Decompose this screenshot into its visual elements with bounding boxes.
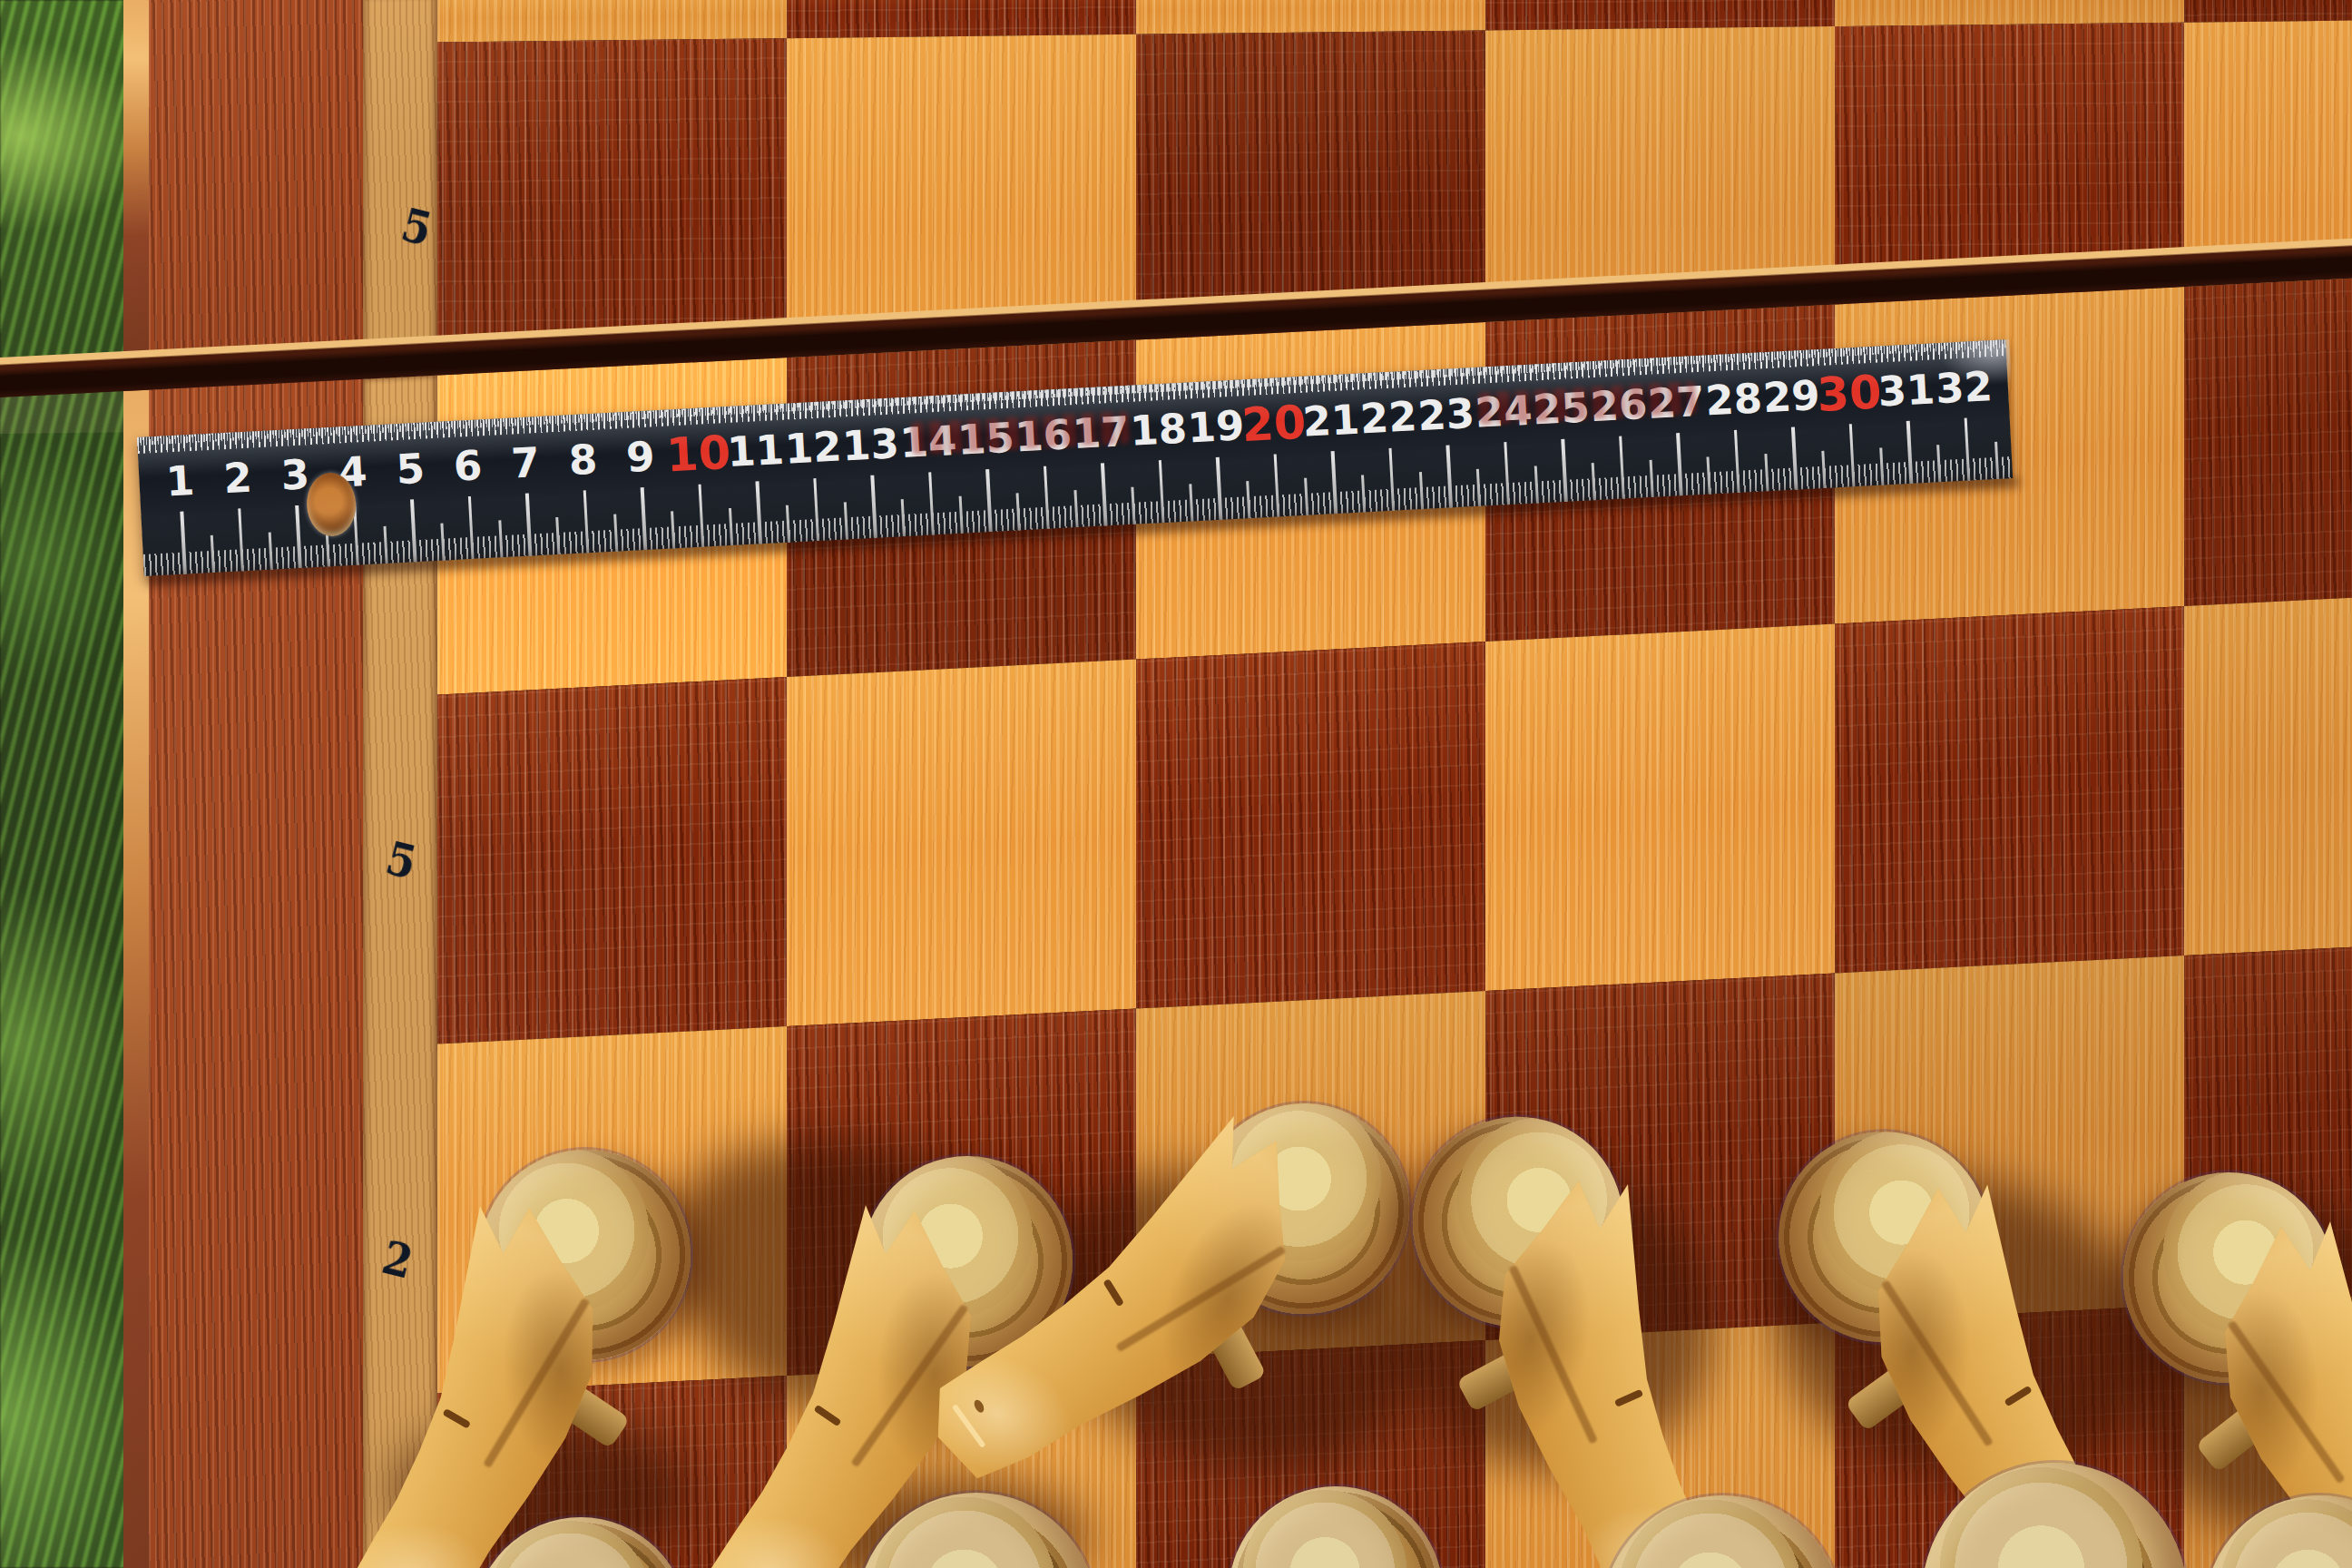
board-square — [2184, 0, 2352, 23]
ruler-number: 3 — [262, 449, 328, 502]
knight-nostril — [2082, 1550, 2097, 1564]
board-edge-face — [123, 0, 149, 432]
ruler-number: 25 — [1528, 383, 1594, 436]
board-edge-face — [123, 390, 149, 1568]
ruler-cm-ticks — [137, 339, 2005, 437]
ruler-number: 10 — [665, 428, 731, 481]
board-square — [437, 677, 787, 1044]
ruler-numbers: 1234567891011121314151617181920212223242… — [137, 339, 2005, 437]
board-square — [2184, 1297, 2352, 1568]
ruler-fine-tick-comb — [137, 339, 2006, 446]
ruler-halfcm-tick — [383, 526, 387, 563]
steel-ruler: 1234567891011121314151617181920212223242… — [137, 339, 2013, 576]
board-square — [787, 1358, 1136, 1568]
board-frame-column — [149, 0, 363, 432]
ruler-cm-tick — [468, 496, 475, 559]
ruler-cm-tick — [238, 508, 244, 571]
knight-mane-groove — [1508, 1265, 1598, 1445]
board-square — [437, 1376, 787, 1568]
board-lower-half — [0, 272, 2352, 1568]
ruler-cm-tick — [1101, 463, 1107, 525]
knight-collar — [1456, 1326, 1576, 1412]
board-square — [1835, 606, 2184, 974]
ruler-cm-tick — [1562, 439, 1568, 502]
ruler-halfcm-tick — [1419, 472, 1424, 509]
piece-base-at-bottom-edge — [1229, 1486, 1443, 1568]
white-knight-piece — [2107, 1163, 2352, 1568]
board-square — [1485, 0, 1835, 30]
board-square — [1835, 955, 2184, 1323]
ruler-halfcm-tick — [1016, 493, 1021, 530]
knight-mane-groove — [1115, 1245, 1286, 1352]
ruler-cm-tick — [181, 512, 187, 574]
ruler-number: 23 — [1413, 389, 1479, 442]
sunlight-wash — [0, 272, 2352, 1568]
white-knight-piece — [1749, 1119, 2183, 1568]
ruler-cm-tick — [756, 481, 762, 544]
sunlight-wash — [0, 0, 2352, 434]
white-knight-piece — [874, 984, 1462, 1568]
ruler-cm-tick — [1906, 421, 1913, 484]
knight-mane-groove — [1881, 1279, 1994, 1446]
ruler-cm-tick — [525, 494, 532, 556]
knight-base — [862, 1156, 1073, 1367]
ruler-faded-print — [137, 339, 2005, 437]
white-knight-piece — [671, 1147, 1089, 1568]
ruler-number: 30 — [1816, 368, 1882, 421]
white-knight-piece — [282, 1132, 734, 1568]
ruler-number: 16 — [1010, 410, 1076, 463]
ruler-cm-tick — [985, 469, 992, 532]
ruler-cm-tick — [583, 490, 590, 553]
ruler-cm-tick — [410, 499, 416, 562]
knight-eye — [2004, 1386, 2032, 1407]
ruler-halfcm-tick — [1189, 484, 1193, 521]
board-square — [1835, 0, 2184, 26]
ruler-halfcm-tick — [1361, 475, 1366, 512]
board-square — [787, 34, 1136, 425]
board-square — [437, 358, 787, 695]
knight-mouth-groove — [2066, 1565, 2113, 1568]
board-square — [1136, 1340, 1485, 1568]
knight-collar — [1180, 1272, 1266, 1392]
knight-cast-shadow — [2106, 1183, 2352, 1557]
ruler-shadow — [148, 478, 2021, 591]
knight-eye — [813, 1405, 841, 1427]
ruler-number: 11 — [722, 426, 789, 478]
knight-base — [1165, 1070, 1443, 1347]
ruler-halfcm-tick — [326, 529, 330, 566]
ruler-number: 9 — [608, 431, 674, 484]
ruler-cm-tick — [1331, 451, 1338, 514]
knight-cast-shadow — [996, 1117, 1464, 1524]
knight-cast-shadow — [789, 1479, 1089, 1568]
ruler-cm-tick — [295, 505, 301, 568]
ruler-halfcm-tick — [1534, 465, 1539, 503]
board-square — [787, 340, 1136, 678]
knight-mane-groove — [483, 1298, 590, 1468]
ruler-halfcm-tick — [729, 508, 733, 545]
ruler-cm-tick — [1791, 426, 1798, 489]
ruler-number: 32 — [1931, 362, 1997, 415]
board-frame-column — [149, 379, 363, 1568]
ruler-number: 1 — [147, 456, 213, 508]
knight-cast-shadow — [1365, 1144, 1739, 1496]
ruler-number: 24 — [1471, 386, 1537, 438]
knight-eye — [1614, 1389, 1643, 1407]
ruler-number: 28 — [1700, 374, 1767, 426]
white-knight-piece — [1330, 1088, 1829, 1568]
ruler-top-tick-comb — [137, 339, 2006, 454]
knight-collar — [514, 1354, 630, 1449]
ruler-number: 8 — [550, 435, 616, 487]
ruler-number: 26 — [1586, 380, 1652, 433]
ruler-cm-tick — [928, 472, 935, 534]
knight-mane-groove — [850, 1304, 968, 1467]
knight-base — [2123, 1172, 2334, 1383]
knight-head — [282, 1132, 734, 1568]
ruler-number: 27 — [1643, 377, 1710, 429]
hinge-seam — [0, 232, 2352, 397]
ruler-cm-tick — [698, 485, 704, 547]
ruler-number: 14 — [896, 416, 962, 469]
board-square — [1136, 642, 1485, 1009]
ruler-number: 6 — [435, 440, 501, 493]
knight-nostril — [1669, 1561, 1684, 1568]
ruler-cm-tick — [1446, 445, 1453, 507]
piece-base-at-bottom-edge — [2205, 1495, 2352, 1568]
ruler-halfcm-tick — [786, 505, 790, 543]
board-upper-half — [0, 0, 2352, 434]
knight-head — [671, 1147, 1089, 1568]
board-square — [2184, 279, 2352, 606]
board-square — [437, 0, 787, 43]
board-square — [2184, 947, 2352, 1305]
knight-cast-shadow — [622, 1092, 1112, 1483]
board-square — [787, 0, 1136, 38]
board-square — [787, 1009, 1136, 1377]
ruler-cm-tick — [1734, 430, 1740, 493]
ruler-halfcm-tick — [556, 517, 561, 554]
board-square — [1485, 624, 1835, 992]
knight-eye — [442, 1408, 471, 1429]
ruler-halfcm-tick — [1764, 454, 1769, 491]
board-square — [1485, 1323, 1835, 1568]
ruler-halfcm-tick — [613, 514, 618, 552]
knight-cast-shadow — [1738, 1134, 2192, 1524]
ruler-number: 20 — [1240, 398, 1307, 451]
ruler-halfcm-tick — [1073, 490, 1078, 527]
ink-mark: 5 — [380, 832, 421, 890]
ruler-gloss-sheen — [137, 339, 2013, 576]
ruler-halfcm-tick — [498, 520, 503, 557]
board-square — [1485, 26, 1835, 416]
board-square — [1136, 991, 1485, 1358]
board-square — [2184, 598, 2352, 955]
knight-base — [473, 1142, 698, 1367]
board-square — [2184, 21, 2352, 409]
ruler-halfcm-tick — [1994, 442, 1999, 479]
ruler-number: 31 — [1874, 365, 1940, 417]
ruler-cm-tick — [871, 475, 877, 538]
board-square — [1835, 287, 2184, 624]
ruler-cm-tick — [1388, 448, 1395, 511]
knight-base — [1396, 1100, 1641, 1344]
ruler-number: 29 — [1759, 371, 1825, 424]
ruler-cm-tick — [1676, 433, 1682, 495]
piece-base-at-bottom-edge — [474, 1517, 688, 1568]
ruler-hanging-hole — [305, 472, 358, 538]
ruler-halfcm-tick — [1650, 460, 1654, 497]
ruler-mm-tick-comb — [143, 456, 2013, 576]
board-square — [1136, 322, 1485, 660]
piece-base-at-bottom-edge — [1922, 1463, 2187, 1568]
board-square — [1485, 305, 1835, 642]
ruler-halfcm-tick — [1592, 463, 1596, 500]
ruler-halfcm-tick — [1304, 478, 1308, 515]
grass-background — [0, 0, 236, 1568]
ruler-number: 22 — [1356, 392, 1422, 445]
ruler-cm-tick — [1504, 442, 1510, 505]
ruler-number: 19 — [1183, 401, 1249, 454]
knight-mane-groove — [2227, 1320, 2345, 1484]
ruler-cm-tick — [1273, 454, 1279, 516]
knight-head — [2107, 1163, 2352, 1568]
piece-base-at-bottom-edge — [1602, 1495, 1842, 1568]
ruler-halfcm-tick — [1247, 481, 1251, 518]
ruler-number: 17 — [1068, 407, 1134, 460]
ruler-halfcm-tick — [901, 499, 906, 536]
ruler-number: 18 — [1125, 404, 1191, 456]
knight-mouth-groove — [952, 1404, 986, 1448]
board-square — [437, 38, 787, 428]
ruler-number: 7 — [493, 437, 559, 490]
ruler-number: 5 — [377, 444, 444, 496]
ink-mark: 5 — [396, 199, 436, 257]
ruler-cm-tick — [353, 503, 359, 565]
board-square — [1136, 0, 1485, 34]
ruler-number: 13 — [838, 419, 904, 472]
piece-base-at-bottom-edge — [857, 1493, 1096, 1568]
ruler-halfcm-tick — [441, 524, 446, 561]
ruler-halfcm-tick — [1879, 447, 1884, 485]
ruler-cm-tick — [1216, 457, 1222, 520]
ruler-number: 21 — [1298, 395, 1364, 447]
ruler-cm-tick — [1044, 466, 1050, 529]
board-gutter-strip — [363, 0, 437, 429]
ruler-number: 4 — [319, 446, 386, 499]
board-square — [1485, 974, 1835, 1341]
ruler-cm-tick — [1964, 418, 1970, 481]
board-square — [1835, 1305, 2184, 1568]
photo-chessboard-with-ruler: { "scene": { "description": "Overhead ou… — [0, 0, 2352, 1568]
ruler-faded-print-text — [1477, 381, 1697, 426]
knight-eye — [1102, 1279, 1124, 1307]
ruler-faded-print-text — [910, 411, 1130, 456]
knight-head — [874, 984, 1462, 1568]
board-gutter-strip — [363, 376, 437, 1568]
knight-cast-shadow — [390, 1416, 690, 1568]
ruler-halfcm-tick — [1132, 487, 1136, 524]
ruler-cm-tick — [641, 487, 647, 550]
ruler-number: 2 — [205, 453, 271, 505]
ruler-cm-tick — [1619, 436, 1625, 498]
knight-head — [1749, 1119, 2183, 1568]
ruler-halfcm-tick — [1476, 469, 1481, 506]
board-square — [437, 1026, 787, 1394]
knight-collar — [2195, 1373, 2308, 1473]
board-square — [1136, 30, 1485, 420]
ruler-halfcm-tick — [1707, 456, 1711, 494]
knight-nostril — [973, 1398, 986, 1414]
knight-head — [1330, 1088, 1829, 1568]
ruler-number: 15 — [953, 413, 1019, 465]
ruler-halfcm-tick — [844, 502, 848, 539]
board-square — [1835, 23, 2184, 413]
ruler-cm-tick — [1849, 424, 1856, 486]
ruler-halfcm-tick — [269, 533, 273, 570]
ruler-halfcm-tick — [1937, 445, 1942, 482]
ruler-halfcm-tick — [211, 535, 215, 573]
ruler-number: 12 — [780, 422, 847, 475]
ruler-halfcm-tick — [959, 496, 964, 534]
ruler-halfcm-tick — [671, 511, 675, 548]
ruler-worn-corner — [1900, 339, 2013, 417]
ink-mark: 2 — [377, 1231, 417, 1289]
board-square — [787, 660, 1136, 1027]
knight-collar — [887, 1357, 1000, 1456]
ruler-halfcm-tick — [1822, 451, 1827, 488]
knight-collar — [1845, 1334, 1960, 1432]
knight-base — [1775, 1128, 1993, 1346]
ruler-cm-tick — [813, 478, 819, 541]
ruler-cm-tick — [1159, 460, 1165, 523]
